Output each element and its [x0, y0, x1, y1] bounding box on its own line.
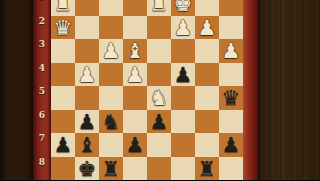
square-d6[interactable]: ♟	[147, 110, 171, 134]
square-b8[interactable]: ♜	[195, 157, 219, 181]
square-a5[interactable]: ♛	[219, 86, 243, 110]
board-frame-right	[243, 0, 258, 180]
rank-label-5: 5	[33, 86, 51, 110]
square-h3[interactable]	[51, 39, 75, 63]
square-h6[interactable]	[51, 110, 75, 134]
square-d1[interactable]: ♜	[147, 0, 171, 16]
piece-white-knight: ♞	[147, 86, 171, 110]
square-c5[interactable]	[171, 86, 195, 110]
rank-label-7: 7	[33, 133, 51, 157]
piece-black-rook: ♜	[195, 157, 219, 181]
piece-black-pawn: ♟	[51, 133, 75, 157]
piece-black-king: ♚	[75, 157, 99, 181]
piece-white-pawn: ♟	[219, 39, 243, 63]
square-f1[interactable]	[99, 0, 123, 16]
square-e6[interactable]	[123, 110, 147, 134]
piece-white-queen: ♛	[51, 16, 75, 40]
square-c8[interactable]	[171, 157, 195, 181]
square-g3[interactable]	[75, 39, 99, 63]
square-g1[interactable]	[75, 0, 99, 16]
square-b1[interactable]	[195, 0, 219, 16]
piece-white-pawn: ♟	[123, 63, 147, 87]
square-a2[interactable]	[219, 16, 243, 40]
square-e1[interactable]	[123, 0, 147, 16]
square-b5[interactable]	[195, 86, 219, 110]
rank-label-6: 6	[33, 110, 51, 134]
square-e8[interactable]	[123, 157, 147, 181]
piece-black-pawn: ♟	[219, 133, 243, 157]
square-h2[interactable]: ♛	[51, 16, 75, 40]
square-f4[interactable]	[99, 63, 123, 87]
square-d5[interactable]: ♞	[147, 86, 171, 110]
square-f3[interactable]: ♟	[99, 39, 123, 63]
piece-black-pawn: ♟	[75, 110, 99, 134]
rank-label-3: 3	[33, 39, 51, 63]
square-c3[interactable]	[171, 39, 195, 63]
square-a6[interactable]	[219, 110, 243, 134]
rank-label-4: 4	[33, 63, 51, 87]
square-f2[interactable]	[99, 16, 123, 40]
piece-black-queen: ♛	[219, 86, 243, 110]
square-d8[interactable]	[147, 157, 171, 181]
piece-black-rook: ♜	[99, 157, 123, 181]
square-e7[interactable]: ♟	[123, 133, 147, 157]
square-h7[interactable]: ♟	[51, 133, 75, 157]
square-f6[interactable]: ♞	[99, 110, 123, 134]
square-h1[interactable]: ♜	[51, 0, 75, 16]
piece-black-bishop: ♝	[75, 133, 99, 157]
wood-background-right	[258, 0, 320, 180]
rank-label-2: 2	[33, 16, 51, 40]
square-c1[interactable]: ♚	[171, 0, 195, 16]
piece-white-pawn: ♟	[195, 16, 219, 40]
wood-background-left	[0, 0, 33, 180]
rank-label-1: 1	[33, 0, 51, 16]
square-c7[interactable]	[171, 133, 195, 157]
square-a1[interactable]	[219, 0, 243, 16]
square-g2[interactable]	[75, 16, 99, 40]
square-g5[interactable]	[75, 86, 99, 110]
square-g6[interactable]: ♟	[75, 110, 99, 134]
square-f8[interactable]: ♜	[99, 157, 123, 181]
square-a3[interactable]: ♟	[219, 39, 243, 63]
video-frame: 12345678 ♜♜♚♛♟♟♟♝♟♟♟♟♞♛♟♞♟♟♝♟♟♚♜♜	[0, 0, 320, 180]
square-e2[interactable]	[123, 16, 147, 40]
square-b6[interactable]	[195, 110, 219, 134]
square-d2[interactable]	[147, 16, 171, 40]
piece-white-bishop: ♝	[123, 39, 147, 63]
square-h4[interactable]	[51, 63, 75, 87]
square-e4[interactable]: ♟	[123, 63, 147, 87]
piece-black-pawn: ♟	[123, 133, 147, 157]
square-c4[interactable]: ♟	[171, 63, 195, 87]
piece-white-pawn: ♟	[171, 16, 195, 40]
piece-black-pawn: ♟	[171, 63, 195, 87]
square-d7[interactable]	[147, 133, 171, 157]
piece-white-king: ♚	[171, 0, 195, 16]
piece-white-pawn: ♟	[99, 39, 123, 63]
square-b7[interactable]	[195, 133, 219, 157]
square-b4[interactable]	[195, 63, 219, 87]
square-g8[interactable]: ♚	[75, 157, 99, 181]
square-c2[interactable]: ♟	[171, 16, 195, 40]
piece-white-rook: ♜	[147, 0, 171, 16]
square-h8[interactable]	[51, 157, 75, 181]
square-h5[interactable]	[51, 86, 75, 110]
square-e5[interactable]	[123, 86, 147, 110]
piece-white-rook: ♜	[51, 0, 75, 16]
rank-label-8: 8	[33, 157, 51, 181]
square-a4[interactable]	[219, 63, 243, 87]
board-frame-rank-labels: 12345678	[33, 0, 51, 180]
piece-black-pawn: ♟	[147, 110, 171, 134]
piece-black-knight: ♞	[99, 110, 123, 134]
square-g7[interactable]: ♝	[75, 133, 99, 157]
square-f7[interactable]	[99, 133, 123, 157]
square-b3[interactable]	[195, 39, 219, 63]
square-a7[interactable]: ♟	[219, 133, 243, 157]
square-d4[interactable]	[147, 63, 171, 87]
square-d3[interactable]	[147, 39, 171, 63]
piece-white-pawn: ♟	[75, 63, 99, 87]
square-c6[interactable]	[171, 110, 195, 134]
chess-board: ♜♜♚♛♟♟♟♝♟♟♟♟♞♛♟♞♟♟♝♟♟♚♜♜	[51, 0, 243, 180]
square-f5[interactable]	[99, 86, 123, 110]
square-b2[interactable]: ♟	[195, 16, 219, 40]
square-g4[interactable]: ♟	[75, 63, 99, 87]
square-e3[interactable]: ♝	[123, 39, 147, 63]
square-a8[interactable]	[219, 157, 243, 181]
